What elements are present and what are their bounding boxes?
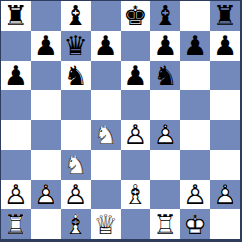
piece-white-knight[interactable]: ♞♘ — [61, 150, 91, 180]
white-pawn-outline-glyph: ♙ — [61, 180, 91, 210]
piece-black-pawn[interactable]: ♟ — [150, 31, 180, 61]
piece-black-king[interactable]: ♚ — [121, 1, 151, 31]
square-e6[interactable]: ♟ — [121, 61, 151, 91]
square-b6[interactable] — [31, 61, 61, 91]
piece-black-pawn[interactable]: ♟ — [91, 31, 121, 61]
piece-black-knight[interactable]: ♞ — [150, 61, 180, 91]
square-h2[interactable]: ♟♙ — [210, 180, 240, 210]
square-g5[interactable] — [180, 90, 210, 120]
piece-black-bishop[interactable]: ♝ — [61, 1, 91, 31]
black-pawn-glyph: ♟ — [91, 31, 121, 61]
square-b7[interactable]: ♟ — [31, 31, 61, 61]
square-e2[interactable]: ♝♗ — [121, 180, 151, 210]
square-f8[interactable]: ♝ — [150, 1, 180, 31]
square-e3[interactable] — [121, 150, 151, 180]
black-knight-glyph: ♞ — [150, 61, 180, 91]
piece-white-pawn[interactable]: ♟♙ — [121, 120, 151, 150]
square-c4[interactable] — [61, 120, 91, 150]
chess-board-container: ♜♝♚♝♜♟♛♟♟♟♟♟♞♟♞♞♘♟♙♟♙♞♘♟♙♟♙♟♙♝♗♟♙♟♙♜♖♝♗♛… — [0, 0, 242, 242]
white-pawn-outline-glyph: ♙ — [1, 180, 31, 210]
square-b4[interactable] — [31, 120, 61, 150]
piece-white-rook[interactable]: ♜♖ — [1, 209, 31, 239]
black-king-glyph: ♚ — [121, 1, 151, 31]
square-f6[interactable]: ♞ — [150, 61, 180, 91]
black-queen-glyph: ♛ — [61, 31, 91, 61]
square-f3[interactable] — [150, 150, 180, 180]
square-h7[interactable]: ♟ — [210, 31, 240, 61]
square-g7[interactable]: ♟ — [180, 31, 210, 61]
square-f5[interactable] — [150, 90, 180, 120]
square-d8[interactable] — [91, 1, 121, 31]
square-h3[interactable] — [210, 150, 240, 180]
square-b8[interactable] — [31, 1, 61, 31]
white-rook-outline-glyph: ♖ — [1, 209, 31, 239]
white-king-outline-glyph: ♔ — [180, 209, 210, 239]
piece-black-rook[interactable]: ♜ — [1, 1, 31, 31]
black-pawn-glyph: ♟ — [1, 61, 31, 91]
piece-white-pawn[interactable]: ♟♙ — [31, 180, 61, 210]
square-a7[interactable] — [1, 31, 31, 61]
black-rook-glyph: ♜ — [210, 1, 240, 31]
square-c2[interactable]: ♟♙ — [61, 180, 91, 210]
square-b5[interactable] — [31, 90, 61, 120]
black-pawn-glyph: ♟ — [31, 31, 61, 61]
white-pawn-outline-glyph: ♙ — [150, 120, 180, 150]
piece-white-pawn[interactable]: ♟♙ — [180, 180, 210, 210]
square-e4[interactable]: ♟♙ — [121, 120, 151, 150]
square-a4[interactable] — [1, 120, 31, 150]
square-c5[interactable] — [61, 90, 91, 120]
square-g2[interactable]: ♟♙ — [180, 180, 210, 210]
piece-black-pawn[interactable]: ♟ — [31, 31, 61, 61]
white-knight-outline-glyph: ♘ — [91, 120, 121, 150]
piece-black-bishop[interactable]: ♝ — [150, 1, 180, 31]
square-d3[interactable] — [91, 150, 121, 180]
white-bishop-outline-glyph: ♗ — [61, 209, 91, 239]
black-bishop-glyph: ♝ — [150, 1, 180, 31]
square-c6[interactable]: ♞ — [61, 61, 91, 91]
piece-white-knight[interactable]: ♞♘ — [91, 120, 121, 150]
piece-black-pawn[interactable]: ♟ — [180, 31, 210, 61]
piece-black-pawn[interactable]: ♟ — [1, 61, 31, 91]
white-rook-outline-glyph: ♖ — [150, 209, 180, 239]
square-e7[interactable] — [121, 31, 151, 61]
square-g8[interactable] — [180, 1, 210, 31]
square-a8[interactable]: ♜ — [1, 1, 31, 31]
square-d7[interactable]: ♟ — [91, 31, 121, 61]
square-h8[interactable]: ♜ — [210, 1, 240, 31]
piece-white-pawn[interactable]: ♟♙ — [210, 180, 240, 210]
square-h5[interactable] — [210, 90, 240, 120]
square-g4[interactable] — [180, 120, 210, 150]
square-e8[interactable]: ♚ — [121, 1, 151, 31]
black-pawn-glyph: ♟ — [150, 31, 180, 61]
square-a6[interactable]: ♟ — [1, 61, 31, 91]
piece-white-bishop[interactable]: ♝♗ — [121, 180, 151, 210]
square-b1[interactable] — [31, 209, 61, 239]
piece-white-pawn[interactable]: ♟♙ — [1, 180, 31, 210]
piece-black-knight[interactable]: ♞ — [61, 61, 91, 91]
piece-white-bishop[interactable]: ♝♗ — [61, 209, 91, 239]
chess-board: ♜♝♚♝♜♟♛♟♟♟♟♟♞♟♞♞♘♟♙♟♙♞♘♟♙♟♙♟♙♝♗♟♙♟♙♜♖♝♗♛… — [0, 0, 242, 242]
white-pawn-outline-glyph: ♙ — [180, 180, 210, 210]
black-bishop-glyph: ♝ — [61, 1, 91, 31]
square-a2[interactable]: ♟♙ — [1, 180, 31, 210]
piece-black-queen[interactable]: ♛ — [61, 31, 91, 61]
square-h6[interactable] — [210, 61, 240, 91]
square-e1[interactable] — [121, 209, 151, 239]
piece-white-rook[interactable]: ♜♖ — [150, 209, 180, 239]
square-d2[interactable] — [91, 180, 121, 210]
square-f4[interactable]: ♟♙ — [150, 120, 180, 150]
square-g6[interactable] — [180, 61, 210, 91]
white-pawn-outline-glyph: ♙ — [121, 120, 151, 150]
square-a5[interactable] — [1, 90, 31, 120]
white-pawn-outline-glyph: ♙ — [210, 180, 240, 210]
square-c1[interactable]: ♝♗ — [61, 209, 91, 239]
square-b3[interactable] — [31, 150, 61, 180]
square-h1[interactable] — [210, 209, 240, 239]
square-g1[interactable]: ♚♔ — [180, 209, 210, 239]
square-c8[interactable]: ♝ — [61, 1, 91, 31]
piece-white-king[interactable]: ♚♔ — [180, 209, 210, 239]
square-b2[interactable]: ♟♙ — [31, 180, 61, 210]
piece-white-pawn[interactable]: ♟♙ — [61, 180, 91, 210]
piece-black-rook[interactable]: ♜ — [210, 1, 240, 31]
square-d6[interactable] — [91, 61, 121, 91]
piece-black-pawn[interactable]: ♟ — [121, 61, 151, 91]
black-pawn-glyph: ♟ — [180, 31, 210, 61]
black-pawn-glyph: ♟ — [210, 31, 240, 61]
white-queen-outline-glyph: ♕ — [91, 209, 121, 239]
square-a1[interactable]: ♜♖ — [1, 209, 31, 239]
black-knight-glyph: ♞ — [61, 61, 91, 91]
square-d5[interactable] — [91, 90, 121, 120]
square-c7[interactable]: ♛ — [61, 31, 91, 61]
black-rook-glyph: ♜ — [1, 1, 31, 31]
square-f2[interactable] — [150, 180, 180, 210]
square-h4[interactable] — [210, 120, 240, 150]
white-bishop-outline-glyph: ♗ — [121, 180, 151, 210]
piece-white-queen[interactable]: ♛♕ — [91, 209, 121, 239]
white-pawn-outline-glyph: ♙ — [31, 180, 61, 210]
square-d4[interactable]: ♞♘ — [91, 120, 121, 150]
piece-white-pawn[interactable]: ♟♙ — [150, 120, 180, 150]
white-knight-outline-glyph: ♘ — [61, 150, 91, 180]
black-pawn-glyph: ♟ — [121, 61, 151, 91]
square-c3[interactable]: ♞♘ — [61, 150, 91, 180]
square-a3[interactable] — [1, 150, 31, 180]
square-g3[interactable] — [180, 150, 210, 180]
piece-black-pawn[interactable]: ♟ — [210, 31, 240, 61]
square-e5[interactable] — [121, 90, 151, 120]
square-f7[interactable]: ♟ — [150, 31, 180, 61]
square-d1[interactable]: ♛♕ — [91, 209, 121, 239]
square-f1[interactable]: ♜♖ — [150, 209, 180, 239]
